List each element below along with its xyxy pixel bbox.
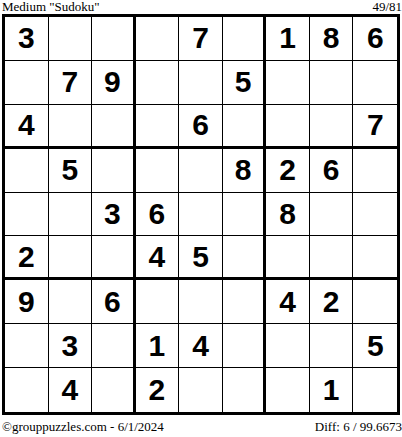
cell-r7c9[interactable] — [353, 280, 397, 324]
cell-r1c5[interactable]: 7 — [179, 17, 223, 61]
cell-r9c1[interactable] — [5, 368, 49, 412]
cell-r3c1[interactable]: 4 — [5, 105, 49, 149]
cell-r9c7[interactable] — [266, 368, 310, 412]
cell-r7c7[interactable]: 4 — [266, 280, 310, 324]
cell-r8c6[interactable] — [223, 324, 267, 368]
cell-r3c4[interactable] — [136, 105, 180, 149]
cell-r2c9[interactable] — [353, 61, 397, 105]
cell-r7c4[interactable] — [136, 280, 180, 324]
cell-r1c3[interactable] — [92, 17, 136, 61]
cell-r6c4[interactable]: 4 — [136, 236, 180, 280]
cell-r3c7[interactable] — [266, 105, 310, 149]
cell-r6c9[interactable] — [353, 236, 397, 280]
cell-r5c2[interactable] — [49, 193, 93, 237]
cell-r2c6[interactable]: 5 — [223, 61, 267, 105]
cell-r9c4[interactable]: 2 — [136, 368, 180, 412]
cell-r8c5[interactable]: 4 — [179, 324, 223, 368]
cell-r4c4[interactable] — [136, 149, 180, 193]
cell-r2c1[interactable] — [5, 61, 49, 105]
cell-r5c6[interactable] — [223, 193, 267, 237]
cell-r1c1[interactable]: 3 — [5, 17, 49, 61]
cell-r3c3[interactable] — [92, 105, 136, 149]
cell-r1c6[interactable] — [223, 17, 267, 61]
cell-r2c5[interactable] — [179, 61, 223, 105]
cell-r6c5[interactable]: 5 — [179, 236, 223, 280]
header: Medium "Sudoku" 49/81 — [2, 0, 402, 13]
footer: ©grouppuzzles.com - 6/1/2024 Diff: 6 / 9… — [2, 420, 402, 434]
cell-r8c2[interactable]: 3 — [49, 324, 93, 368]
cell-r7c5[interactable] — [179, 280, 223, 324]
cell-r2c7[interactable] — [266, 61, 310, 105]
cell-r4c3[interactable] — [92, 149, 136, 193]
difficulty-rating-text: Diff: 6 / 99.6673 — [315, 420, 402, 434]
cell-r8c9[interactable]: 5 — [353, 324, 397, 368]
cell-r7c1[interactable]: 9 — [5, 280, 49, 324]
cell-r2c8[interactable] — [310, 61, 354, 105]
cell-r7c6[interactable] — [223, 280, 267, 324]
cell-r5c9[interactable] — [353, 193, 397, 237]
cell-r8c8[interactable] — [310, 324, 354, 368]
cell-r5c1[interactable] — [5, 193, 49, 237]
cell-r3c9[interactable]: 7 — [353, 105, 397, 149]
cell-r8c1[interactable] — [5, 324, 49, 368]
cell-r9c3[interactable] — [92, 368, 136, 412]
cell-r3c8[interactable] — [310, 105, 354, 149]
cell-r9c5[interactable] — [179, 368, 223, 412]
cell-r7c2[interactable] — [49, 280, 93, 324]
cell-r2c4[interactable] — [136, 61, 180, 105]
cell-r6c2[interactable] — [49, 236, 93, 280]
cell-r6c8[interactable] — [310, 236, 354, 280]
cell-r7c3[interactable]: 6 — [92, 280, 136, 324]
cell-r2c2[interactable]: 7 — [49, 61, 93, 105]
cell-r9c6[interactable] — [223, 368, 267, 412]
cell-r6c6[interactable] — [223, 236, 267, 280]
cell-r1c2[interactable] — [49, 17, 93, 61]
cell-r1c7[interactable]: 1 — [266, 17, 310, 61]
cell-r4c7[interactable]: 2 — [266, 149, 310, 193]
cell-r5c4[interactable]: 6 — [136, 193, 180, 237]
cell-r4c6[interactable]: 8 — [223, 149, 267, 193]
cell-r3c6[interactable] — [223, 105, 267, 149]
cell-r4c9[interactable] — [353, 149, 397, 193]
cell-r4c5[interactable] — [179, 149, 223, 193]
cell-r6c7[interactable] — [266, 236, 310, 280]
page-title: Medium "Sudoku" — [2, 0, 100, 13]
copyright-date-text: ©grouppuzzles.com - 6/1/2024 — [2, 420, 164, 434]
cell-r4c1[interactable] — [5, 149, 49, 193]
cell-r8c3[interactable] — [92, 324, 136, 368]
sudoku-page: Medium "Sudoku" 49/81 371867954675826368… — [0, 0, 402, 437]
cell-r1c9[interactable]: 6 — [353, 17, 397, 61]
cell-r4c8[interactable]: 6 — [310, 149, 354, 193]
cell-r8c4[interactable]: 1 — [136, 324, 180, 368]
cell-r6c3[interactable] — [92, 236, 136, 280]
cell-r7c8[interactable]: 2 — [310, 280, 354, 324]
cell-r6c1[interactable]: 2 — [5, 236, 49, 280]
cell-r1c8[interactable]: 8 — [310, 17, 354, 61]
cell-r2c3[interactable]: 9 — [92, 61, 136, 105]
cell-r5c3[interactable]: 3 — [92, 193, 136, 237]
cell-r5c8[interactable] — [310, 193, 354, 237]
cell-r3c5[interactable]: 6 — [179, 105, 223, 149]
cell-r8c7[interactable] — [266, 324, 310, 368]
cell-r4c2[interactable]: 5 — [49, 149, 93, 193]
cell-r1c4[interactable] — [136, 17, 180, 61]
cell-r3c2[interactable] — [49, 105, 93, 149]
sudoku-board: 37186795467582636824596423145421 — [2, 14, 400, 415]
empty-cells-counter: 49/81 — [372, 0, 402, 13]
cell-r5c5[interactable] — [179, 193, 223, 237]
cell-r9c9[interactable] — [353, 368, 397, 412]
cell-r9c2[interactable]: 4 — [49, 368, 93, 412]
cell-r9c8[interactable]: 1 — [310, 368, 354, 412]
cell-r5c7[interactable]: 8 — [266, 193, 310, 237]
